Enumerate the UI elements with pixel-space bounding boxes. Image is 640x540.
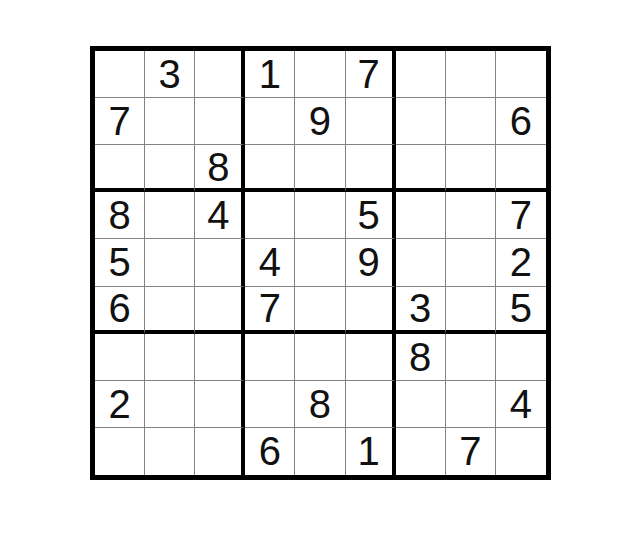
sudoku-page: 31779688457549267358284617 bbox=[0, 0, 640, 540]
cell-r9c4[interactable]: 6 bbox=[245, 428, 295, 475]
cell-r1c7[interactable] bbox=[396, 51, 446, 98]
cell-r8c2[interactable] bbox=[145, 381, 195, 428]
cell-r8c1[interactable]: 2 bbox=[95, 381, 145, 428]
cell-r7c8[interactable] bbox=[446, 334, 496, 381]
cell-r6c6[interactable] bbox=[346, 287, 396, 334]
cell-r8c7[interactable] bbox=[396, 381, 446, 428]
cell-r3c1[interactable] bbox=[95, 145, 145, 192]
cell-r3c6[interactable] bbox=[346, 145, 396, 192]
cell-r9c5[interactable] bbox=[295, 428, 345, 475]
cell-r5c4[interactable]: 4 bbox=[245, 239, 295, 286]
sudoku-board: 31779688457549267358284617 bbox=[90, 46, 551, 480]
cell-r1c8[interactable] bbox=[446, 51, 496, 98]
cell-r7c7[interactable]: 8 bbox=[396, 334, 446, 381]
cell-r4c7[interactable] bbox=[396, 192, 446, 239]
cell-r4c1[interactable]: 8 bbox=[95, 192, 145, 239]
cell-r4c5[interactable] bbox=[295, 192, 345, 239]
cell-r9c7[interactable] bbox=[396, 428, 446, 475]
cell-r2c1[interactable]: 7 bbox=[95, 98, 145, 145]
cell-r7c5[interactable] bbox=[295, 334, 345, 381]
cell-r4c9[interactable]: 7 bbox=[496, 192, 546, 239]
cell-r1c3[interactable] bbox=[195, 51, 245, 98]
cell-r8c9[interactable]: 4 bbox=[496, 381, 546, 428]
cell-r4c3[interactable]: 4 bbox=[195, 192, 245, 239]
cell-r2c8[interactable] bbox=[446, 98, 496, 145]
cell-r4c2[interactable] bbox=[145, 192, 195, 239]
cell-r9c9[interactable] bbox=[496, 428, 546, 475]
cell-r9c2[interactable] bbox=[145, 428, 195, 475]
cell-r2c2[interactable] bbox=[145, 98, 195, 145]
cell-r7c6[interactable] bbox=[346, 334, 396, 381]
cell-r4c8[interactable] bbox=[446, 192, 496, 239]
cell-r3c3[interactable]: 8 bbox=[195, 145, 245, 192]
cell-r1c2[interactable]: 3 bbox=[145, 51, 195, 98]
cell-r7c3[interactable] bbox=[195, 334, 245, 381]
cell-r9c8[interactable]: 7 bbox=[446, 428, 496, 475]
cell-r9c6[interactable]: 1 bbox=[346, 428, 396, 475]
cell-r5c5[interactable] bbox=[295, 239, 345, 286]
cell-r2c5[interactable]: 9 bbox=[295, 98, 345, 145]
cell-r1c5[interactable] bbox=[295, 51, 345, 98]
cell-r5c6[interactable]: 9 bbox=[346, 239, 396, 286]
cell-r3c8[interactable] bbox=[446, 145, 496, 192]
cell-r4c4[interactable] bbox=[245, 192, 295, 239]
cell-r5c8[interactable] bbox=[446, 239, 496, 286]
cell-r8c4[interactable] bbox=[245, 381, 295, 428]
cell-r5c3[interactable] bbox=[195, 239, 245, 286]
cell-r7c4[interactable] bbox=[245, 334, 295, 381]
cell-r6c5[interactable] bbox=[295, 287, 345, 334]
cell-r5c1[interactable]: 5 bbox=[95, 239, 145, 286]
cell-r9c1[interactable] bbox=[95, 428, 145, 475]
cell-r1c4[interactable]: 1 bbox=[245, 51, 295, 98]
cell-r8c5[interactable]: 8 bbox=[295, 381, 345, 428]
cell-r6c2[interactable] bbox=[145, 287, 195, 334]
cell-r5c9[interactable]: 2 bbox=[496, 239, 546, 286]
cell-r1c9[interactable] bbox=[496, 51, 546, 98]
cell-r8c3[interactable] bbox=[195, 381, 245, 428]
cell-r4c6[interactable]: 5 bbox=[346, 192, 396, 239]
cell-r6c9[interactable]: 5 bbox=[496, 287, 546, 334]
cell-r9c3[interactable] bbox=[195, 428, 245, 475]
cell-r1c1[interactable] bbox=[95, 51, 145, 98]
cell-r1c6[interactable]: 7 bbox=[346, 51, 396, 98]
cell-r3c4[interactable] bbox=[245, 145, 295, 192]
cell-r2c4[interactable] bbox=[245, 98, 295, 145]
cell-r6c1[interactable]: 6 bbox=[95, 287, 145, 334]
cell-r6c7[interactable]: 3 bbox=[396, 287, 446, 334]
cell-r7c9[interactable] bbox=[496, 334, 546, 381]
cell-r3c7[interactable] bbox=[396, 145, 446, 192]
cell-r5c2[interactable] bbox=[145, 239, 195, 286]
cell-r3c5[interactable] bbox=[295, 145, 345, 192]
cell-r5c7[interactable] bbox=[396, 239, 446, 286]
cell-r2c9[interactable]: 6 bbox=[496, 98, 546, 145]
cell-r2c6[interactable] bbox=[346, 98, 396, 145]
cell-r2c7[interactable] bbox=[396, 98, 446, 145]
cell-r6c4[interactable]: 7 bbox=[245, 287, 295, 334]
cell-r6c8[interactable] bbox=[446, 287, 496, 334]
cell-r3c9[interactable] bbox=[496, 145, 546, 192]
cell-r8c8[interactable] bbox=[446, 381, 496, 428]
cell-r8c6[interactable] bbox=[346, 381, 396, 428]
cell-r6c3[interactable] bbox=[195, 287, 245, 334]
cell-r3c2[interactable] bbox=[145, 145, 195, 192]
cell-r2c3[interactable] bbox=[195, 98, 245, 145]
cell-r7c1[interactable] bbox=[95, 334, 145, 381]
cell-r7c2[interactable] bbox=[145, 334, 195, 381]
